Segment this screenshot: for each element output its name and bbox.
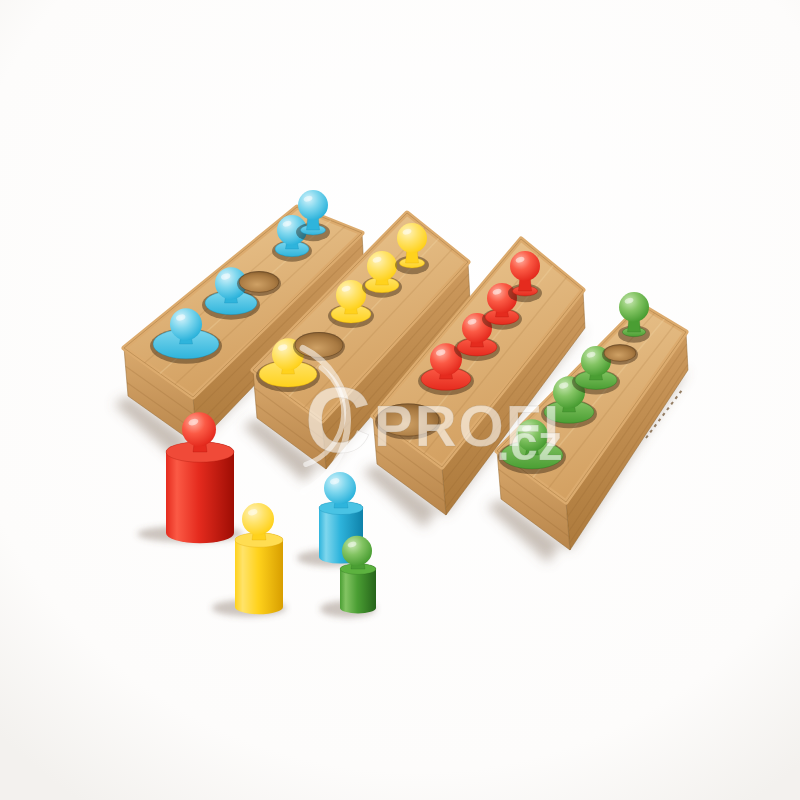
knob-ball <box>182 412 216 446</box>
scene-svg: C PROFI .cz <box>0 0 800 800</box>
product-photo: C PROFI .cz <box>0 0 800 800</box>
knob-ball <box>619 292 649 322</box>
green-hole-4-empty <box>602 344 638 365</box>
knob-ball <box>510 251 540 281</box>
knob-ball <box>397 223 427 253</box>
knob-ball <box>342 536 372 566</box>
blue-hole-3-empty <box>237 271 281 296</box>
knob-ball <box>242 503 274 535</box>
knob-ball <box>336 280 366 310</box>
knob-ball <box>324 472 356 504</box>
empty-hole <box>239 272 279 293</box>
knob-ball <box>367 251 397 281</box>
empty-hole <box>604 345 636 362</box>
watermark-logo-letter: C <box>305 369 371 471</box>
knob-ball <box>298 190 328 220</box>
knob-ball <box>170 308 202 340</box>
watermark-domain-text: .cz <box>496 415 563 471</box>
